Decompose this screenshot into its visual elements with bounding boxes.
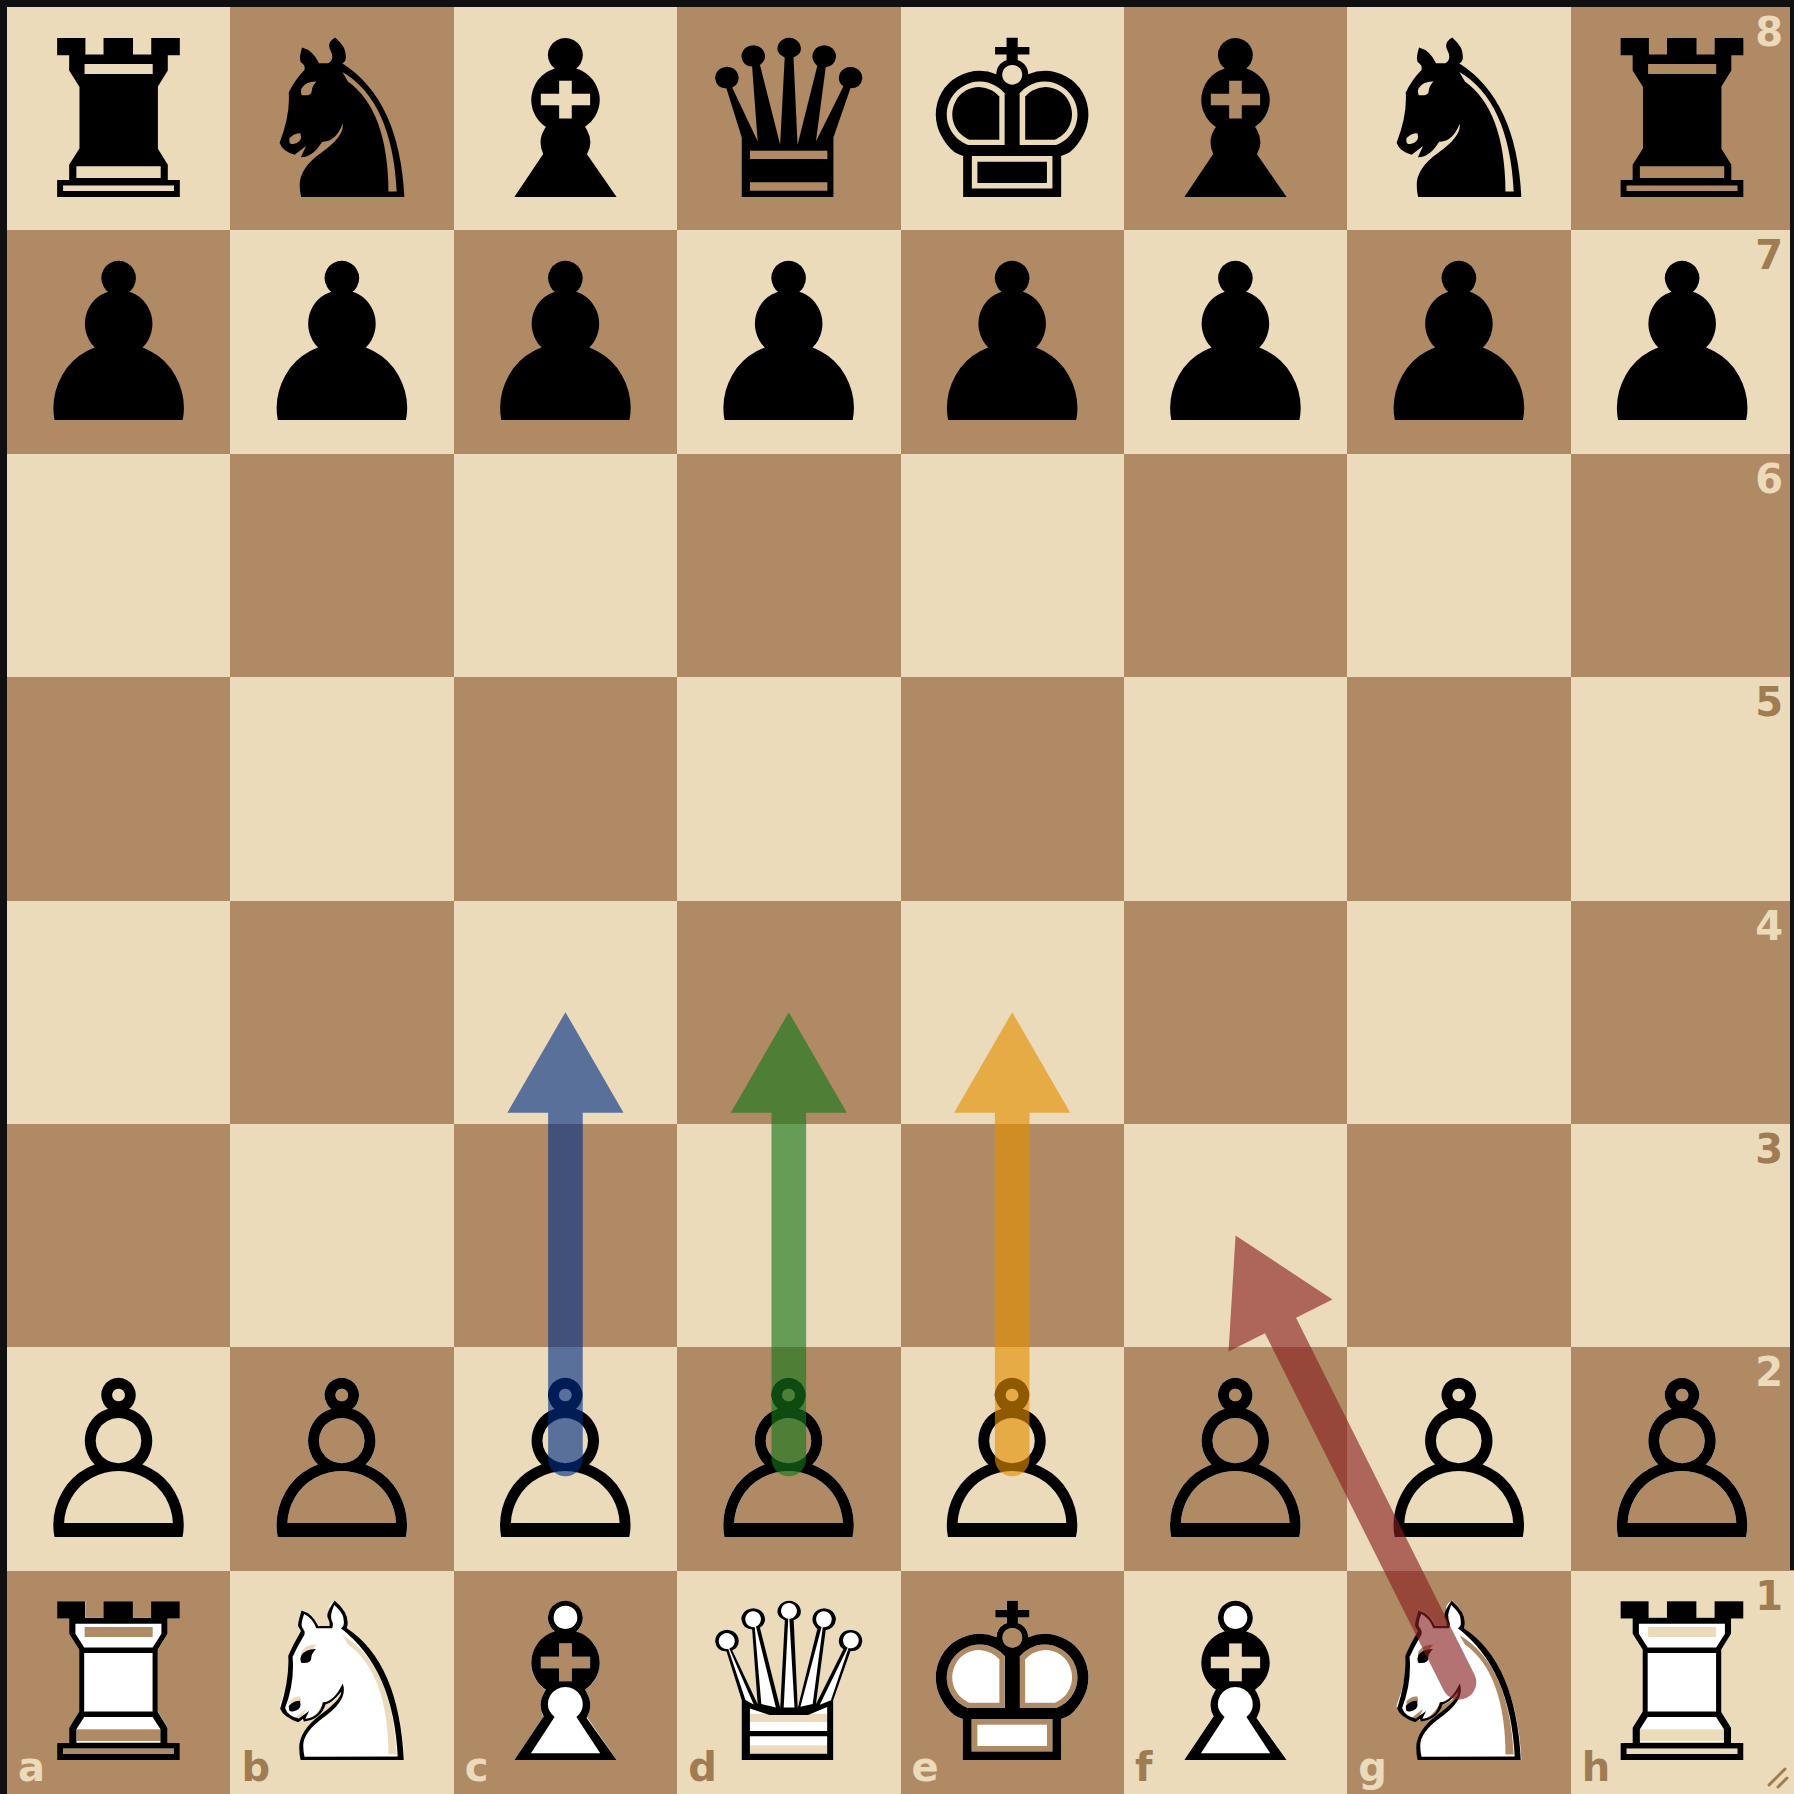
square-g3[interactable]	[1347, 1124, 1570, 1347]
black-piece-glyph: ♟	[1124, 233, 1347, 456]
coord-rank-5: 5	[1755, 682, 1783, 722]
square-g8[interactable]: ♞	[1347, 7, 1570, 230]
square-d7[interactable]: ♟	[677, 230, 900, 453]
square-b3[interactable]	[230, 1124, 453, 1347]
piece-black-knight[interactable]: ♞	[230, 7, 453, 230]
piece-black-pawn[interactable]: ♟	[1124, 230, 1347, 453]
square-a5[interactable]	[7, 677, 230, 900]
square-c2[interactable]: ♙♙	[454, 1347, 677, 1570]
square-c7[interactable]: ♟	[454, 230, 677, 453]
white-piece-outline-glyph: ♙	[1124, 1350, 1347, 1573]
square-a3[interactable]	[7, 1124, 230, 1347]
square-e6[interactable]	[901, 454, 1124, 677]
white-piece-outline-glyph: ♙	[901, 1350, 1124, 1573]
piece-black-pawn[interactable]: ♟	[677, 230, 900, 453]
coord-rank-2: 2	[1755, 1352, 1783, 1392]
coord-rank-7: 7	[1755, 235, 1783, 275]
square-b5[interactable]	[230, 677, 453, 900]
black-piece-glyph: ♜	[7, 10, 230, 233]
piece-black-pawn[interactable]: ♟	[7, 230, 230, 453]
white-piece-outline-glyph: ♙	[1347, 1350, 1570, 1573]
coord-rank-6: 6	[1755, 459, 1783, 499]
black-piece-glyph: ♛	[677, 10, 900, 233]
white-piece-outline-glyph: ♙	[7, 1350, 230, 1573]
square-a6[interactable]	[7, 454, 230, 677]
square-c5[interactable]	[454, 677, 677, 900]
square-g4[interactable]	[1347, 901, 1570, 1124]
piece-black-pawn[interactable]: ♟	[230, 230, 453, 453]
piece-white-bishop[interactable]: ♝♗	[1124, 1571, 1347, 1794]
square-a8[interactable]: ♜	[7, 7, 230, 230]
square-g5[interactable]	[1347, 677, 1570, 900]
black-piece-glyph: ♟	[1347, 233, 1570, 456]
square-h4[interactable]: 4	[1571, 901, 1794, 1124]
square-e3[interactable]	[901, 1124, 1124, 1347]
coord-file-a: a	[18, 1747, 45, 1787]
coord-file-g: g	[1358, 1747, 1387, 1787]
square-e2[interactable]: ♙♙	[901, 1347, 1124, 1570]
square-d2[interactable]: ♙♙	[677, 1347, 900, 1570]
square-g2[interactable]: ♙♙	[1347, 1347, 1570, 1570]
square-g6[interactable]	[1347, 454, 1570, 677]
square-f2[interactable]: ♙♙	[1124, 1347, 1347, 1570]
piece-white-pawn[interactable]: ♙♙	[1124, 1347, 1347, 1570]
piece-white-pawn[interactable]: ♙♙	[454, 1347, 677, 1570]
square-h5[interactable]: 5	[1571, 677, 1794, 900]
coord-file-c: c	[465, 1747, 489, 1787]
square-b6[interactable]	[230, 454, 453, 677]
white-piece-outline-glyph: ♙	[230, 1350, 453, 1573]
square-g1[interactable]: ♞♘g	[1347, 1571, 1570, 1794]
square-h2[interactable]: ♙♙2	[1571, 1347, 1794, 1570]
square-a4[interactable]	[7, 901, 230, 1124]
square-c1[interactable]: ♝♗c	[454, 1571, 677, 1794]
black-piece-glyph: ♟	[454, 233, 677, 456]
square-g7[interactable]: ♟	[1347, 230, 1570, 453]
piece-white-pawn[interactable]: ♙♙	[677, 1347, 900, 1570]
piece-white-pawn[interactable]: ♙♙	[901, 1347, 1124, 1570]
board-frame-right	[1790, 0, 1794, 1570]
black-piece-glyph: ♝	[1124, 10, 1347, 233]
square-d3[interactable]	[677, 1124, 900, 1347]
piece-black-bishop[interactable]: ♝	[1124, 7, 1347, 230]
square-c4[interactable]	[454, 901, 677, 1124]
square-f7[interactable]: ♟	[1124, 230, 1347, 453]
piece-black-rook[interactable]: ♜	[7, 7, 230, 230]
square-f6[interactable]	[1124, 454, 1347, 677]
coord-rank-8: 8	[1755, 12, 1783, 52]
square-d1[interactable]: ♛♕d	[677, 1571, 900, 1794]
coord-file-h: h	[1582, 1747, 1610, 1787]
square-e7[interactable]: ♟	[901, 230, 1124, 453]
square-e5[interactable]	[901, 677, 1124, 900]
square-h6[interactable]: 6	[1571, 454, 1794, 677]
square-d8[interactable]: ♛	[677, 7, 900, 230]
black-piece-glyph: ♟	[7, 233, 230, 456]
white-piece-outline-glyph: ♙	[677, 1350, 900, 1573]
square-d4[interactable]	[677, 901, 900, 1124]
black-piece-glyph: ♟	[901, 233, 1124, 456]
piece-black-queen[interactable]: ♛	[677, 7, 900, 230]
coord-file-e: e	[912, 1747, 939, 1787]
square-a2[interactable]: ♙♙	[7, 1347, 230, 1570]
coord-file-b: b	[241, 1747, 270, 1787]
black-piece-glyph: ♞	[230, 10, 453, 233]
square-h7[interactable]: ♟7	[1571, 230, 1794, 453]
coord-file-d: d	[688, 1747, 717, 1787]
piece-white-pawn[interactable]: ♙♙	[1347, 1347, 1570, 1570]
square-h3[interactable]: 3	[1571, 1124, 1794, 1347]
coord-rank-1: 1	[1755, 1576, 1783, 1616]
square-b7[interactable]: ♟	[230, 230, 453, 453]
piece-black-king[interactable]: ♚	[901, 7, 1124, 230]
square-d5[interactable]	[677, 677, 900, 900]
piece-black-knight[interactable]: ♞	[1347, 7, 1570, 230]
square-c3[interactable]	[454, 1124, 677, 1347]
square-a1[interactable]: ♜♖a	[7, 1571, 230, 1794]
white-piece-outline-glyph: ♙	[454, 1350, 677, 1573]
piece-black-pawn[interactable]: ♟	[901, 230, 1124, 453]
square-d6[interactable]	[677, 454, 900, 677]
piece-white-pawn[interactable]: ♙♙	[230, 1347, 453, 1570]
piece-black-pawn[interactable]: ♟	[454, 230, 677, 453]
coord-rank-4: 4	[1755, 906, 1783, 946]
square-c8[interactable]: ♝	[454, 7, 677, 230]
square-b2[interactable]: ♙♙	[230, 1347, 453, 1570]
square-b4[interactable]	[230, 901, 453, 1124]
coord-rank-3: 3	[1755, 1129, 1783, 1169]
square-h8[interactable]: ♜8	[1571, 7, 1794, 230]
square-f8[interactable]: ♝	[1124, 7, 1347, 230]
page: ♜♞♝♛♚♝♞♜8♟♟♟♟♟♟♟♟76543♙♙♙♙♙♙♙♙♙♙♙♙♙♙♙♙2♜…	[0, 0, 1794, 1794]
black-piece-glyph: ♞	[1347, 10, 1570, 233]
square-f4[interactable]	[1124, 901, 1347, 1124]
square-f1[interactable]: ♝♗f	[1124, 1571, 1347, 1794]
square-a7[interactable]: ♟	[7, 230, 230, 453]
board-resize-handle[interactable]	[1764, 1764, 1790, 1790]
square-f3[interactable]	[1124, 1124, 1347, 1347]
square-f5[interactable]	[1124, 677, 1347, 900]
black-piece-glyph: ♚	[901, 10, 1124, 233]
square-e4[interactable]	[901, 901, 1124, 1124]
coord-file-f: f	[1135, 1747, 1152, 1787]
square-b8[interactable]: ♞	[230, 7, 453, 230]
square-b1[interactable]: ♞♘b	[230, 1571, 453, 1794]
piece-black-bishop[interactable]: ♝	[454, 7, 677, 230]
white-piece-outline-glyph: ♗	[1124, 1574, 1347, 1794]
piece-black-pawn[interactable]: ♟	[1347, 230, 1570, 453]
square-e1[interactable]: ♚♔e	[901, 1571, 1124, 1794]
black-piece-glyph: ♟	[677, 233, 900, 456]
piece-white-pawn[interactable]: ♙♙	[7, 1347, 230, 1570]
chess-board[interactable]: ♜♞♝♛♚♝♞♜8♟♟♟♟♟♟♟♟76543♙♙♙♙♙♙♙♙♙♙♙♙♙♙♙♙2♜…	[7, 7, 1794, 1794]
resize-handle-line	[1778, 1778, 1787, 1787]
square-h1[interactable]: ♜♖1h	[1571, 1571, 1794, 1794]
square-c6[interactable]	[454, 454, 677, 677]
square-e8[interactable]: ♚	[901, 7, 1124, 230]
black-piece-glyph: ♟	[230, 233, 453, 456]
black-piece-glyph: ♝	[454, 10, 677, 233]
